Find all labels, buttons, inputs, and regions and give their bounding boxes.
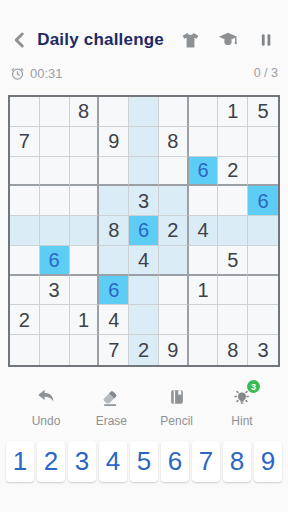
sudoku-board: 8157986236862464536121472983	[8, 95, 280, 367]
cell-r8c3[interactable]: 1	[70, 305, 100, 335]
cell-r7c7[interactable]: 1	[189, 276, 219, 306]
undo-label: Undo	[32, 414, 61, 428]
cell-r6c6[interactable]	[159, 246, 189, 276]
cell-r8c6[interactable]	[159, 305, 189, 335]
timer-clock-icon	[10, 66, 25, 81]
back-button[interactable]	[10, 29, 29, 51]
cell-r2c5[interactable]	[129, 127, 159, 157]
cell-r9c3[interactable]	[70, 335, 100, 365]
cell-r2c4[interactable]: 9	[99, 127, 129, 157]
cell-r5c2[interactable]	[40, 216, 70, 246]
numpad-key-4[interactable]: 4	[99, 441, 127, 482]
cell-r6c4[interactable]	[99, 246, 129, 276]
cell-r1c5[interactable]	[129, 97, 159, 127]
timer-value: 00:31	[30, 66, 63, 81]
eraser-icon	[100, 386, 122, 408]
cell-r7c9[interactable]	[248, 276, 278, 306]
numpad-key-7[interactable]: 7	[192, 441, 220, 482]
erase-button[interactable]: Erase	[83, 385, 139, 428]
cell-r4c1[interactable]	[10, 186, 40, 216]
cell-r6c5[interactable]: 4	[129, 246, 159, 276]
cell-r1c6[interactable]	[159, 97, 189, 127]
cell-r3c6[interactable]	[159, 157, 189, 187]
cell-r7c5[interactable]	[129, 276, 159, 306]
status-bar: 00:31 0 / 3	[10, 64, 278, 82]
cell-r1c7[interactable]	[189, 97, 219, 127]
cell-r7c1[interactable]	[10, 276, 40, 306]
cell-r4c8[interactable]	[218, 186, 248, 216]
cell-r9c9[interactable]: 3	[248, 335, 278, 365]
cell-r2c3[interactable]	[70, 127, 100, 157]
cell-r4c5[interactable]: 3	[129, 186, 159, 216]
cell-r1c4[interactable]	[99, 97, 129, 127]
cell-r9c8[interactable]: 8	[218, 335, 248, 365]
cell-r3c7[interactable]: 6	[189, 157, 219, 187]
cell-r9c6[interactable]: 9	[159, 335, 189, 365]
cell-r5c3[interactable]	[70, 216, 100, 246]
cell-r1c8[interactable]: 1	[218, 97, 248, 127]
cell-r8c4[interactable]: 4	[99, 305, 129, 335]
cell-r9c2[interactable]	[40, 335, 70, 365]
cell-r2c1[interactable]: 7	[10, 127, 40, 157]
cell-r1c2[interactable]	[40, 97, 70, 127]
cell-r4c2[interactable]	[40, 186, 70, 216]
pencil-notes-icon	[167, 387, 187, 407]
numpad-key-8[interactable]: 8	[223, 441, 251, 482]
cell-r3c8[interactable]: 2	[218, 157, 248, 187]
cell-r1c3[interactable]: 8	[70, 97, 100, 127]
numpad-key-9[interactable]: 9	[254, 441, 282, 482]
cell-r8c8[interactable]	[218, 305, 248, 335]
numpad-key-2[interactable]: 2	[37, 441, 65, 482]
cell-r6c2[interactable]: 6	[40, 246, 70, 276]
cell-r5c7[interactable]: 4	[189, 216, 219, 246]
numpad-key-3[interactable]: 3	[68, 441, 96, 482]
erase-label: Erase	[96, 414, 127, 428]
cell-r3c3[interactable]	[70, 157, 100, 187]
cell-r6c8[interactable]: 5	[218, 246, 248, 276]
hint-label: Hint	[231, 414, 252, 428]
cell-r2c9[interactable]	[248, 127, 278, 157]
tutorial-button[interactable]	[217, 28, 239, 52]
cell-r5c9[interactable]	[248, 216, 278, 246]
hint-button[interactable]: 3 Hint	[214, 385, 270, 428]
cell-r3c9[interactable]	[248, 157, 278, 187]
undo-button[interactable]: Undo	[18, 385, 74, 428]
cell-r7c4[interactable]: 6	[99, 276, 129, 306]
toolbar: Undo Erase Pencil	[18, 385, 270, 428]
cell-r2c6[interactable]: 8	[159, 127, 189, 157]
number-pad: 123456789	[0, 441, 288, 482]
theme-button[interactable]	[180, 28, 201, 52]
tshirt-icon	[180, 30, 201, 51]
cell-r8c7[interactable]	[189, 305, 219, 335]
back-chevron-icon	[11, 31, 29, 49]
cell-r2c7[interactable]	[189, 127, 219, 157]
cell-r3c4[interactable]	[99, 157, 129, 187]
cell-r6c7[interactable]	[189, 246, 219, 276]
cell-r5c4[interactable]: 8	[99, 216, 129, 246]
cell-r4c7[interactable]	[189, 186, 219, 216]
cell-r7c6[interactable]	[159, 276, 189, 306]
cell-r2c8[interactable]	[218, 127, 248, 157]
pause-icon	[256, 30, 276, 50]
cell-r7c2[interactable]: 3	[40, 276, 70, 306]
cell-r5c8[interactable]	[218, 216, 248, 246]
numpad-key-5[interactable]: 5	[130, 441, 158, 482]
cell-r8c5[interactable]	[129, 305, 159, 335]
pencil-button[interactable]: Pencil	[149, 385, 205, 428]
cell-r7c3[interactable]	[70, 276, 100, 306]
cell-r4c3[interactable]	[70, 186, 100, 216]
numpad-key-6[interactable]: 6	[161, 441, 189, 482]
cell-r9c7[interactable]	[189, 335, 219, 365]
cell-r6c3[interactable]	[70, 246, 100, 276]
cell-r9c1[interactable]	[10, 335, 40, 365]
cell-r8c9[interactable]	[248, 305, 278, 335]
cell-r2c2[interactable]	[40, 127, 70, 157]
cell-r7c8[interactable]	[218, 276, 248, 306]
page-title: Daily challenge	[37, 30, 164, 50]
hint-count-badge: 3	[247, 380, 260, 393]
cell-r6c1[interactable]	[10, 246, 40, 276]
undo-arrow-icon	[35, 386, 57, 408]
pause-button[interactable]	[255, 28, 276, 52]
cell-r6c9[interactable]	[248, 246, 278, 276]
cell-r5c6[interactable]: 2	[159, 216, 189, 246]
cell-r8c1[interactable]: 2	[10, 305, 40, 335]
cell-r5c1[interactable]	[10, 216, 40, 246]
numpad-key-1[interactable]: 1	[6, 441, 34, 482]
cell-r4c6[interactable]	[159, 186, 189, 216]
pencil-label: Pencil	[160, 414, 193, 428]
cell-r9c5[interactable]: 2	[129, 335, 159, 365]
cell-r4c9[interactable]: 6	[248, 186, 278, 216]
top-bar: Daily challenge	[10, 28, 276, 52]
cell-r4c4[interactable]	[99, 186, 129, 216]
graduation-cap-icon	[217, 29, 239, 51]
cell-r3c5[interactable]	[129, 157, 159, 187]
cell-r1c1[interactable]	[10, 97, 40, 127]
cell-r3c2[interactable]	[40, 157, 70, 187]
cell-r1c9[interactable]: 5	[248, 97, 278, 127]
cell-r8c2[interactable]	[40, 305, 70, 335]
cell-r3c1[interactable]	[10, 157, 40, 187]
mistakes-counter: 0 / 3	[254, 66, 278, 80]
cell-r9c4[interactable]: 7	[99, 335, 129, 365]
cell-r5c5[interactable]: 6	[129, 216, 159, 246]
